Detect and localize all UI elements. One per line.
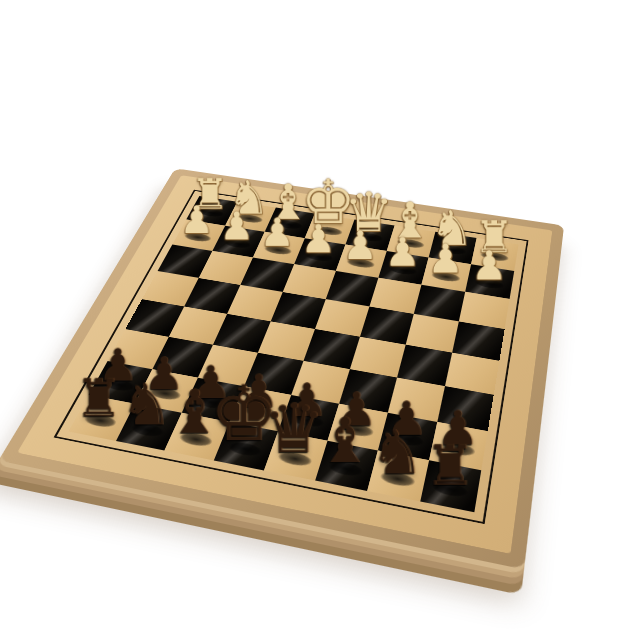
chess-board: ♜♞♝♚♛♝♞♜♟♟♟♟♟♟♟♟♟♟♟♟♟♟♟♟♜♞♝♚♛♝♞♜ — [0, 168, 564, 569]
product-photo-canvas: ♜♞♝♚♛♝♞♜♟♟♟♟♟♟♟♟♟♟♟♟♟♟♟♟♜♞♝♚♛♝♞♜ — [0, 0, 630, 630]
white-pawn: ♟ — [432, 246, 547, 286]
square-a4[interactable] — [452, 321, 504, 360]
black-rook: ♜ — [380, 437, 520, 493]
square-b4[interactable] — [406, 314, 459, 353]
